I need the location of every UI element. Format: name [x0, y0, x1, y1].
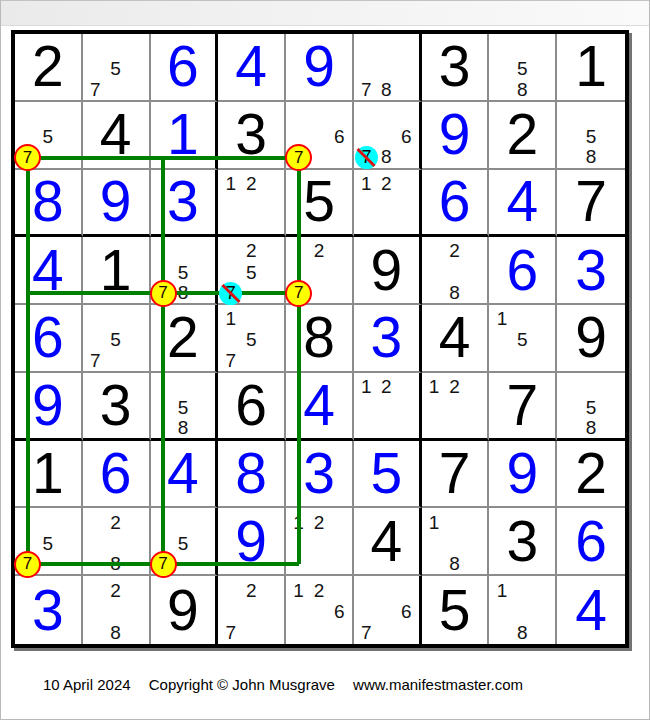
candidate-digit: 5 [178, 397, 189, 416]
candidate-digit: 2 [449, 376, 460, 395]
cell-r8c6[interactable]: 4 [354, 508, 422, 576]
candidate-digit: 5 [110, 330, 121, 349]
cell-r4c6[interactable]: 9 [354, 237, 422, 305]
candidate-digit: 2 [314, 512, 325, 531]
cell-r8c3[interactable]: 5 [151, 508, 219, 576]
given-digit: 3 [439, 38, 471, 95]
cell-r7c3[interactable]: 4 [151, 441, 219, 509]
candidate-digit: 1 [497, 580, 508, 599]
cell-r4c7[interactable]: 28 [422, 237, 490, 305]
candidate-digit: 5 [586, 397, 597, 416]
solved-digit: 3 [32, 582, 64, 639]
candidate-digit: 1 [293, 512, 304, 531]
given-digit: 4 [100, 106, 132, 163]
solved-digit: 9 [439, 106, 471, 163]
cell-r9c7[interactable]: 5 [422, 576, 490, 644]
cell-r3c6[interactable]: 12 [354, 170, 422, 238]
solved-digit: 9 [506, 445, 538, 502]
candidate-digit: 2 [381, 376, 392, 395]
cell-r3c7[interactable]: 6 [422, 170, 490, 238]
cell-r6c9[interactable]: 58 [557, 373, 625, 441]
cell-r6c4[interactable]: 6 [218, 373, 286, 441]
candidate-digit: 8 [110, 554, 121, 573]
cell-r4c5[interactable]: 2 [286, 237, 354, 305]
solved-digit: 3 [370, 309, 402, 366]
cell-r2c3[interactable]: 1 [151, 102, 219, 170]
candidate-digit: 8 [586, 147, 597, 166]
candidate-digit: 2 [314, 580, 325, 599]
cell-r1c6[interactable]: 78 [354, 34, 422, 102]
candidate-digit: 1 [429, 512, 440, 531]
given-digit: 2 [167, 309, 199, 366]
cell-r9c3[interactable]: 9 [151, 576, 219, 644]
cell-r2c2[interactable]: 4 [83, 102, 151, 170]
candidate-digit: 1 [226, 309, 237, 328]
cell-r4c1[interactable]: 4 [15, 237, 83, 305]
cell-r5c1[interactable]: 6 [15, 305, 83, 373]
cell-r1c5[interactable]: 9 [286, 34, 354, 102]
cell-r5c9[interactable]: 9 [557, 305, 625, 373]
given-digit: 1 [32, 445, 64, 502]
given-digit: 9 [370, 242, 402, 299]
cell-r7c2[interactable]: 6 [83, 441, 151, 509]
cell-r8c2[interactable]: 28 [83, 508, 151, 576]
candidate-digit: 1 [361, 376, 372, 395]
cell-r2c7[interactable]: 9 [422, 102, 490, 170]
cell-r8c1[interactable]: 5 [15, 508, 83, 576]
candidate-digit: 7 [226, 350, 237, 369]
cell-r8c9[interactable]: 6 [557, 508, 625, 576]
given-digit: 9 [167, 582, 199, 639]
solved-digit: 3 [575, 242, 607, 299]
title-bar [1, 0, 649, 26]
given-digit: 3 [506, 513, 538, 570]
cell-r5c7[interactable]: 4 [422, 305, 490, 373]
cell-r1c3[interactable]: 6 [151, 34, 219, 102]
footer-site-url: www.manifestmaster.com [353, 676, 523, 693]
given-digit: 8 [303, 309, 335, 366]
cell-r2c4[interactable]: 3 [218, 102, 286, 170]
solved-digit: 6 [32, 309, 64, 366]
candidate-digit: 7 [226, 623, 237, 642]
cell-r3c4[interactable]: 12 [218, 170, 286, 238]
cell-r5c8[interactable]: 15 [489, 305, 557, 373]
candidate-digit: 5 [178, 533, 189, 552]
solved-digit: 9 [235, 513, 267, 570]
cell-r9c9[interactable]: 4 [557, 576, 625, 644]
candidate-digit: 2 [110, 580, 121, 599]
candidate-digit: 5 [110, 59, 121, 78]
solved-digit: 9 [303, 38, 335, 95]
cell-r6c7[interactable]: 12 [422, 373, 490, 441]
solved-digit: 6 [439, 173, 471, 230]
cell-r6c6[interactable]: 12 [354, 373, 422, 441]
cell-r9c2[interactable]: 28 [83, 576, 151, 644]
candidate-digit: 5 [246, 330, 257, 349]
given-digit: 1 [575, 38, 607, 95]
cell-r9c6[interactable]: 67 [354, 576, 422, 644]
solved-digit: 6 [575, 513, 607, 570]
candidate-digit: 5 [246, 262, 257, 281]
cell-r4c9[interactable]: 3 [557, 237, 625, 305]
solved-digit: 6 [167, 38, 199, 95]
solved-digit: 6 [100, 445, 132, 502]
solved-digit: 4 [167, 445, 199, 502]
app-window: 2576497835815413668925889312512647415825… [0, 0, 650, 720]
candidate-digit: 1 [497, 309, 508, 328]
candidate-digit: 8 [449, 554, 460, 573]
cell-r5c4[interactable]: 157 [218, 305, 286, 373]
candidate-digit: 2 [246, 241, 257, 260]
given-digit: 2 [506, 106, 538, 163]
cell-r7c4[interactable]: 8 [218, 441, 286, 509]
candidate-digit: 6 [401, 602, 412, 621]
given-digit: 7 [506, 377, 538, 434]
sudoku-board: 2576497835815413668925889312512647415825… [11, 30, 629, 648]
candidate-digit: 5 [517, 330, 528, 349]
cell-r5c5[interactable]: 8 [286, 305, 354, 373]
cell-r3c2[interactable]: 9 [83, 170, 151, 238]
candidate-digit: 2 [246, 580, 257, 599]
given-digit: 1 [100, 242, 132, 299]
candidate-digit: 6 [334, 602, 345, 621]
cell-r4c8[interactable]: 6 [489, 237, 557, 305]
given-digit: 4 [439, 309, 471, 366]
solved-digit: 5 [370, 445, 402, 502]
given-digit: 2 [32, 38, 64, 95]
solved-digit: 9 [32, 377, 64, 434]
solved-digit: 8 [32, 173, 64, 230]
candidate-digit: 2 [381, 173, 392, 192]
solved-digit: 4 [32, 242, 64, 299]
cell-r8c4[interactable]: 9 [218, 508, 286, 576]
cell-r8c7[interactable]: 18 [422, 508, 490, 576]
cell-r3c1[interactable]: 8 [15, 170, 83, 238]
cell-r5c2[interactable]: 57 [83, 305, 151, 373]
candidate-digit: 8 [381, 147, 392, 166]
candidate-digit: 8 [517, 79, 528, 98]
given-digit: 4 [370, 513, 402, 570]
solved-digit: 3 [303, 445, 335, 502]
cell-r7c6[interactable]: 5 [354, 441, 422, 509]
cell-r2c8[interactable]: 2 [489, 102, 557, 170]
cell-r7c9[interactable]: 2 [557, 441, 625, 509]
cell-r3c8[interactable]: 4 [489, 170, 557, 238]
given-digit: 7 [439, 445, 471, 502]
cell-r7c1[interactable]: 1 [15, 441, 83, 509]
candidate-digit: 6 [334, 126, 345, 145]
candidate-digit: 8 [178, 417, 189, 436]
cell-r2c6[interactable]: 68 [354, 102, 422, 170]
candidate-digit: 7 [90, 350, 101, 369]
cell-r9c5[interactable]: 126 [286, 576, 354, 644]
candidate-digit: 1 [226, 173, 237, 192]
cell-r1c2[interactable]: 57 [83, 34, 151, 102]
given-digit: 9 [575, 309, 607, 366]
given-digit: 3 [100, 377, 132, 434]
cell-r9c8[interactable]: 18 [489, 576, 557, 644]
cell-r2c5[interactable]: 6 [286, 102, 354, 170]
solved-digit: 1 [167, 106, 199, 163]
candidate-digit: 2 [246, 173, 257, 192]
candidate-digit: 8 [381, 79, 392, 98]
cell-r3c3[interactable]: 3 [151, 170, 219, 238]
given-digit: 6 [235, 377, 267, 434]
candidate-digit: 1 [429, 376, 440, 395]
solved-digit: 4 [235, 38, 267, 95]
candidate-digit: 8 [586, 417, 597, 436]
footer-date: 10 April 2024 [43, 676, 131, 693]
cell-r8c5[interactable]: 12 [286, 508, 354, 576]
cell-r1c9[interactable]: 1 [557, 34, 625, 102]
cell-r5c3[interactable]: 2 [151, 305, 219, 373]
solved-digit: 6 [506, 242, 538, 299]
candidate-digit: 7 [361, 623, 372, 642]
solved-digit: 8 [235, 445, 267, 502]
cell-r8c8[interactable]: 3 [489, 508, 557, 576]
cell-r7c5[interactable]: 3 [286, 441, 354, 509]
cell-r7c7[interactable]: 7 [422, 441, 490, 509]
cell-r3c9[interactable]: 7 [557, 170, 625, 238]
cell-r2c1[interactable]: 5 [15, 102, 83, 170]
solved-digit: 4 [506, 173, 538, 230]
solved-digit: 4 [303, 377, 335, 434]
cell-r6c8[interactable]: 7 [489, 373, 557, 441]
given-digit: 5 [439, 582, 471, 639]
given-digit: 5 [303, 173, 335, 230]
solved-digit: 3 [167, 173, 199, 230]
candidate-digit: 2 [314, 241, 325, 260]
cell-r7c8[interactable]: 9 [489, 441, 557, 509]
cell-r4c4[interactable]: 25 [218, 237, 286, 305]
candidate-digit: 7 [90, 79, 101, 98]
candidate-digit: 6 [401, 126, 412, 145]
cell-r9c1[interactable]: 3 [15, 576, 83, 644]
candidate-digit: 5 [517, 59, 528, 78]
candidate-digit: 2 [449, 241, 460, 260]
candidate-digit: 5 [43, 126, 54, 145]
candidate-digit: 5 [43, 533, 54, 552]
given-digit: 7 [575, 173, 607, 230]
candidate-digit: 1 [361, 173, 372, 192]
candidate-digit: 8 [517, 623, 528, 642]
cell-r4c2[interactable]: 1 [83, 237, 151, 305]
candidate-digit: 5 [178, 262, 189, 281]
footer: 10 April 2024 Copyright © John Musgrave … [43, 676, 537, 693]
cell-r6c2[interactable]: 3 [83, 373, 151, 441]
cell-r6c3[interactable]: 58 [151, 373, 219, 441]
cell-r1c8[interactable]: 58 [489, 34, 557, 102]
cell-r6c1[interactable]: 9 [15, 373, 83, 441]
cell-r4c3[interactable]: 58 [151, 237, 219, 305]
cell-r3c5[interactable]: 5 [286, 170, 354, 238]
cell-r1c1[interactable]: 2 [15, 34, 83, 102]
candidate-digit: 8 [110, 623, 121, 642]
cell-r1c7[interactable]: 3 [422, 34, 490, 102]
candidate-digit: 1 [293, 580, 304, 599]
footer-copyright: Copyright © John Musgrave [149, 676, 335, 693]
solved-digit: 4 [575, 582, 607, 639]
candidate-digit: 5 [586, 126, 597, 145]
candidate-digit: 2 [110, 512, 121, 531]
cell-r6c5[interactable]: 4 [286, 373, 354, 441]
given-digit: 2 [575, 445, 607, 502]
cell-r5c6[interactable]: 3 [354, 305, 422, 373]
candidate-digit: 8 [178, 282, 189, 301]
cell-r9c4[interactable]: 27 [218, 576, 286, 644]
candidate-digit: 7 [361, 79, 372, 98]
cell-r2c9[interactable]: 58 [557, 102, 625, 170]
cell-r1c4[interactable]: 4 [218, 34, 286, 102]
given-digit: 3 [235, 106, 267, 163]
candidate-digit: 8 [449, 282, 460, 301]
solved-digit: 9 [100, 173, 132, 230]
